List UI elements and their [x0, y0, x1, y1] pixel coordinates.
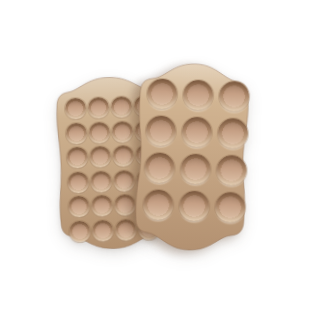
mini-muffin-cup [69, 220, 91, 242]
mini-muffin-cup [91, 195, 113, 217]
mini-muffin-cup [65, 98, 87, 120]
mini-muffin-cup [112, 121, 134, 143]
muffin-pan [133, 60, 252, 254]
mini-muffin-cup [112, 145, 134, 167]
mini-muffin-cup [89, 146, 111, 168]
mini-muffin-cup [89, 122, 111, 144]
standard-muffin-cup [144, 152, 175, 183]
standard-muffin-cup [180, 154, 211, 185]
mini-muffin-cup [88, 97, 110, 119]
mini-muffin-cup [113, 170, 135, 192]
mini-muffin-cup [90, 170, 112, 192]
mini-muffin-cup [66, 122, 88, 144]
standard-muffin-cup [219, 81, 250, 112]
standard-muffin-cup [143, 189, 174, 220]
mini-muffin-cup [111, 96, 133, 118]
product-photo [0, 0, 310, 310]
standard-muffin-cup [147, 78, 178, 109]
mini-muffin-cup [92, 219, 114, 241]
mini-muffin-cup [66, 147, 88, 169]
standard-muffin-cup [181, 117, 212, 148]
standard-muffin-cup [216, 155, 247, 186]
standard-muffin-cup [145, 115, 176, 146]
standard-muffin-cup [217, 118, 248, 149]
standard-muffin-cup [179, 191, 210, 222]
mini-muffin-cup [114, 194, 136, 216]
mini-muffin-cup [68, 196, 90, 218]
standard-muffin-cup [183, 80, 214, 111]
muffin-cup-grid [143, 78, 250, 222]
mini-muffin-cup [67, 171, 89, 193]
standard-muffin-cup [215, 192, 246, 223]
